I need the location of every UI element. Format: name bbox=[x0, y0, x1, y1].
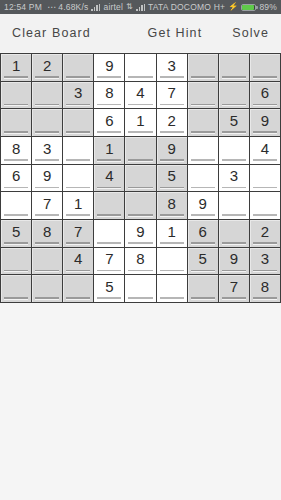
cell-r7c6[interactable]: 1 bbox=[157, 220, 188, 248]
cell-r7c1[interactable]: 5 bbox=[1, 220, 32, 248]
cell-r2c1[interactable] bbox=[1, 82, 32, 110]
cell-r7c2[interactable]: 8 bbox=[32, 220, 63, 248]
cell-r8c3[interactable]: 4 bbox=[63, 248, 94, 276]
cell-r7c4[interactable] bbox=[94, 220, 125, 248]
cell-r9c9[interactable]: 8 bbox=[250, 275, 281, 303]
cell-r1c7[interactable] bbox=[188, 54, 219, 82]
cell-r7c5[interactable]: 9 bbox=[125, 220, 156, 248]
cell-r2c2[interactable] bbox=[32, 82, 63, 110]
cell-r1c9[interactable] bbox=[250, 54, 281, 82]
status-bar: 12:54 PM ⋯ 4.68K/s airtel ⇅ TATA DOCOMO … bbox=[0, 0, 281, 14]
cell-r8c9[interactable]: 3 bbox=[250, 248, 281, 276]
cell-r9c5[interactable] bbox=[125, 275, 156, 303]
status-time: 12:54 PM bbox=[4, 2, 42, 12]
cell-r9c6[interactable] bbox=[157, 275, 188, 303]
cell-r4c7[interactable] bbox=[188, 137, 219, 165]
cell-r6c1[interactable] bbox=[1, 192, 32, 220]
cell-r4c3[interactable] bbox=[63, 137, 94, 165]
get-hint-button[interactable]: Get Hint bbox=[148, 26, 203, 40]
cell-r9c7[interactable] bbox=[188, 275, 219, 303]
cell-r3c9[interactable]: 9 bbox=[250, 109, 281, 137]
cell-r6c7[interactable]: 9 bbox=[188, 192, 219, 220]
action-bar: Clear Board Get Hint Solve bbox=[0, 14, 281, 52]
cell-r8c6[interactable] bbox=[157, 248, 188, 276]
cell-r3c2[interactable] bbox=[32, 109, 63, 137]
carrier-name-sim1: airtel bbox=[103, 2, 123, 12]
battery-fill bbox=[242, 5, 253, 10]
cell-r9c2[interactable] bbox=[32, 275, 63, 303]
cell-r1c5[interactable] bbox=[125, 54, 156, 82]
clear-board-button[interactable]: Clear Board bbox=[12, 26, 91, 40]
cell-r7c3[interactable]: 7 bbox=[63, 220, 94, 248]
cell-r7c7[interactable]: 6 bbox=[188, 220, 219, 248]
cell-r5c6[interactable]: 5 bbox=[157, 165, 188, 193]
signal-strength-icon-sim1 bbox=[91, 4, 100, 11]
cell-r2c8[interactable] bbox=[219, 82, 250, 110]
sudoku-board: 1293384766125983194694537189587916247859… bbox=[0, 53, 281, 303]
cell-r8c7[interactable]: 5 bbox=[188, 248, 219, 276]
cell-r2c6[interactable]: 7 bbox=[157, 82, 188, 110]
status-right-cluster: ⋯ 4.68K/s airtel ⇅ TATA DOCOMO H+ ⚡ 89% bbox=[47, 2, 277, 12]
cell-r4c8[interactable] bbox=[219, 137, 250, 165]
solve-button[interactable]: Solve bbox=[232, 26, 269, 40]
signal-strength-icon-sim2 bbox=[136, 4, 145, 11]
cell-r9c3[interactable] bbox=[63, 275, 94, 303]
phone-screen: 12:54 PM ⋯ 4.68K/s airtel ⇅ TATA DOCOMO … bbox=[0, 0, 281, 500]
cell-r3c3[interactable] bbox=[63, 109, 94, 137]
cell-r5c3[interactable] bbox=[63, 165, 94, 193]
cell-r5c2[interactable]: 9 bbox=[32, 165, 63, 193]
cell-r8c2[interactable] bbox=[32, 248, 63, 276]
cell-r6c4[interactable] bbox=[94, 192, 125, 220]
cell-r9c1[interactable] bbox=[1, 275, 32, 303]
cell-r8c5[interactable]: 8 bbox=[125, 248, 156, 276]
cell-r9c8[interactable]: 7 bbox=[219, 275, 250, 303]
cell-r2c9[interactable]: 6 bbox=[250, 82, 281, 110]
cell-r3c8[interactable]: 5 bbox=[219, 109, 250, 137]
cell-r8c8[interactable]: 9 bbox=[219, 248, 250, 276]
cell-r6c5[interactable] bbox=[125, 192, 156, 220]
cell-r8c1[interactable] bbox=[1, 248, 32, 276]
cell-r1c2[interactable]: 2 bbox=[32, 54, 63, 82]
cell-r8c4[interactable]: 7 bbox=[94, 248, 125, 276]
cell-r7c8[interactable] bbox=[219, 220, 250, 248]
cell-r4c6[interactable]: 9 bbox=[157, 137, 188, 165]
charging-bolt-icon: ⚡ bbox=[228, 3, 238, 11]
cell-r3c5[interactable]: 1 bbox=[125, 109, 156, 137]
cell-r6c2[interactable]: 7 bbox=[32, 192, 63, 220]
cell-r4c9[interactable]: 4 bbox=[250, 137, 281, 165]
carrier-name-sim2: TATA DOCOMO H+ bbox=[148, 2, 225, 12]
cell-r3c1[interactable] bbox=[1, 109, 32, 137]
cell-r6c8[interactable] bbox=[219, 192, 250, 220]
cell-r9c4[interactable]: 5 bbox=[94, 275, 125, 303]
cell-r1c4[interactable]: 9 bbox=[94, 54, 125, 82]
cell-r5c9[interactable] bbox=[250, 165, 281, 193]
cell-r6c9[interactable] bbox=[250, 192, 281, 220]
cell-r2c7[interactable] bbox=[188, 82, 219, 110]
cell-r4c4[interactable]: 1 bbox=[94, 137, 125, 165]
cell-r5c1[interactable]: 6 bbox=[1, 165, 32, 193]
cell-r4c2[interactable]: 3 bbox=[32, 137, 63, 165]
data-transfer-icon: ⇅ bbox=[126, 3, 133, 11]
battery-icon bbox=[241, 4, 256, 11]
cell-r2c3[interactable]: 3 bbox=[63, 82, 94, 110]
cell-r5c5[interactable] bbox=[125, 165, 156, 193]
cell-r3c6[interactable]: 2 bbox=[157, 109, 188, 137]
cell-r2c4[interactable]: 8 bbox=[94, 82, 125, 110]
cell-r1c6[interactable]: 3 bbox=[157, 54, 188, 82]
cell-r5c7[interactable] bbox=[188, 165, 219, 193]
cell-r5c8[interactable]: 3 bbox=[219, 165, 250, 193]
cell-r6c6[interactable]: 8 bbox=[157, 192, 188, 220]
cell-r4c1[interactable]: 8 bbox=[1, 137, 32, 165]
notification-overflow-icon: ⋯ bbox=[47, 3, 55, 12]
battery-percent: 89% bbox=[259, 2, 277, 12]
cell-r1c1[interactable]: 1 bbox=[1, 54, 32, 82]
cell-r6c3[interactable]: 1 bbox=[63, 192, 94, 220]
cell-r5c4[interactable]: 4 bbox=[94, 165, 125, 193]
cell-r3c4[interactable]: 6 bbox=[94, 109, 125, 137]
cell-r1c3[interactable] bbox=[63, 54, 94, 82]
cell-r1c8[interactable] bbox=[219, 54, 250, 82]
network-speed: 4.68K/s bbox=[58, 2, 88, 12]
cell-r4c5[interactable] bbox=[125, 137, 156, 165]
cell-r3c7[interactable] bbox=[188, 109, 219, 137]
cell-r7c9[interactable]: 2 bbox=[250, 220, 281, 248]
cell-r2c5[interactable]: 4 bbox=[125, 82, 156, 110]
